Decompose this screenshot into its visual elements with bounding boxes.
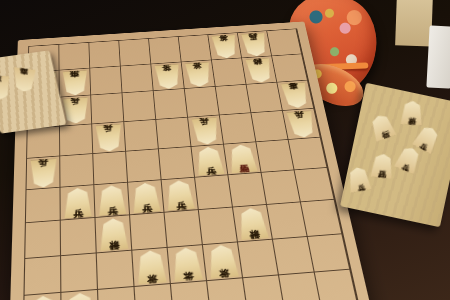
piece-kanji: 歩兵 (355, 179, 363, 180)
piece-kanji: 銀将 (248, 224, 258, 225)
shogi-piece-3e[interactable]: 龍馬 (227, 144, 258, 174)
shogi-piece-5h[interactable]: 王将 (171, 247, 204, 282)
piece-kanji: 歩兵 (405, 158, 412, 161)
piece-kanji: 歩兵 (297, 123, 306, 124)
captured-piece[interactable]: 飛車 (12, 67, 36, 93)
piece-kanji: 金将 (146, 267, 157, 268)
piece-kanji: 玉将 (163, 76, 172, 77)
piece-kanji: 歩兵 (73, 203, 83, 204)
shogi-piece-4e[interactable]: 歩兵 (195, 146, 226, 176)
shogi-piece-1c[interactable]: 香車 (280, 82, 311, 109)
piece-kanji: 銀将 (408, 113, 416, 114)
shogi-piece-2a[interactable]: 桂馬 (241, 32, 270, 56)
captured-piece[interactable]: 桂馬 (370, 153, 394, 179)
piece-kanji: 歩兵 (205, 161, 215, 162)
piece-kanji: 龍馬 (238, 159, 248, 160)
piece-kanji: 桂馬 (250, 44, 259, 45)
piece-kanji: 歩兵 (104, 136, 114, 137)
piece-kanji: 歩兵 (423, 137, 430, 141)
shogi-piece-8f[interactable]: 歩兵 (64, 187, 93, 219)
shogi-piece-8i[interactable]: 桂馬 (65, 292, 96, 300)
shogi-piece-3a[interactable]: 金将 (211, 34, 239, 59)
piece-kanji: 歩兵 (71, 110, 80, 111)
piece-kanji: 王将 (182, 264, 193, 265)
shogi-piece-9e[interactable]: 歩兵 (30, 158, 58, 188)
shogi-piece-7g[interactable]: 銀将 (99, 217, 129, 250)
piece-kanji: 飛車 (71, 82, 80, 83)
sente-captured-tray[interactable]: 銀将角行歩兵歩兵桂馬歩兵 (340, 83, 450, 227)
shogi-piece-4b[interactable]: 金将 (185, 62, 213, 88)
captured-piece[interactable]: 銀将 (400, 100, 424, 125)
shogi-piece-3g[interactable]: 銀将 (236, 207, 269, 240)
shogi-piece-2b[interactable]: 銀将 (245, 58, 274, 84)
shogi-piece-5f[interactable]: 歩兵 (165, 180, 196, 211)
shogi-piece-8c[interactable]: 歩兵 (63, 97, 90, 124)
shogi-piece-7d[interactable]: 歩兵 (95, 123, 123, 152)
shogi-piece-9i[interactable]: 香車 (27, 295, 58, 300)
shogi-piece-6h[interactable]: 金将 (136, 249, 168, 284)
piece-kanji: 香車 (291, 94, 300, 95)
piece-kanji: 歩兵 (107, 201, 117, 202)
shogi-piece-4h[interactable]: 金将 (206, 244, 239, 279)
piece-kanji: 金将 (218, 262, 228, 263)
shogi-piece-1d[interactable]: 歩兵 (286, 110, 318, 138)
captured-piece[interactable]: 角行 (368, 112, 397, 142)
shogi-piece-4d[interactable]: 歩兵 (191, 117, 221, 145)
piece-kanji: 歩兵 (201, 130, 210, 131)
captured-piece[interactable]: 歩兵 (394, 144, 423, 174)
piece-kanji: 金将 (221, 46, 230, 47)
shogi-piece-7f[interactable]: 歩兵 (97, 185, 126, 217)
piece-kanji: 歩兵 (141, 198, 151, 199)
piece-kanji: 角行 (379, 126, 387, 129)
shogi-piece-5b[interactable]: 玉将 (154, 64, 182, 90)
captured-piece[interactable]: 香車 (0, 76, 12, 100)
piece-kanji: 歩兵 (39, 172, 49, 173)
captured-piece[interactable]: 歩兵 (412, 123, 443, 155)
piece-kanji: 飛車 (20, 79, 28, 80)
wood-block (395, 0, 433, 47)
photo-scene: 香車飛車歩兵玉将金将金将桂馬銀将香車歩兵歩兵歩兵歩兵香車桂馬歩兵歩兵歩兵歩兵歩兵… (0, 0, 450, 300)
piece-kanji: 銀将 (109, 234, 119, 235)
captured-piece[interactable]: 歩兵 (346, 166, 372, 193)
white-wall-strip (426, 25, 450, 88)
piece-kanji: 歩兵 (175, 196, 185, 197)
board-grid[interactable]: 香車飛車歩兵玉将金将金将桂馬銀将香車歩兵歩兵歩兵歩兵香車桂馬歩兵歩兵歩兵歩兵歩兵… (23, 28, 360, 300)
piece-kanji: 金将 (194, 74, 203, 75)
shogi-piece-8b[interactable]: 飛車 (62, 70, 88, 96)
piece-kanji: 銀将 (255, 69, 264, 70)
shogi-piece-6f[interactable]: 歩兵 (131, 182, 161, 214)
piece-kanji: 桂馬 (378, 166, 386, 167)
